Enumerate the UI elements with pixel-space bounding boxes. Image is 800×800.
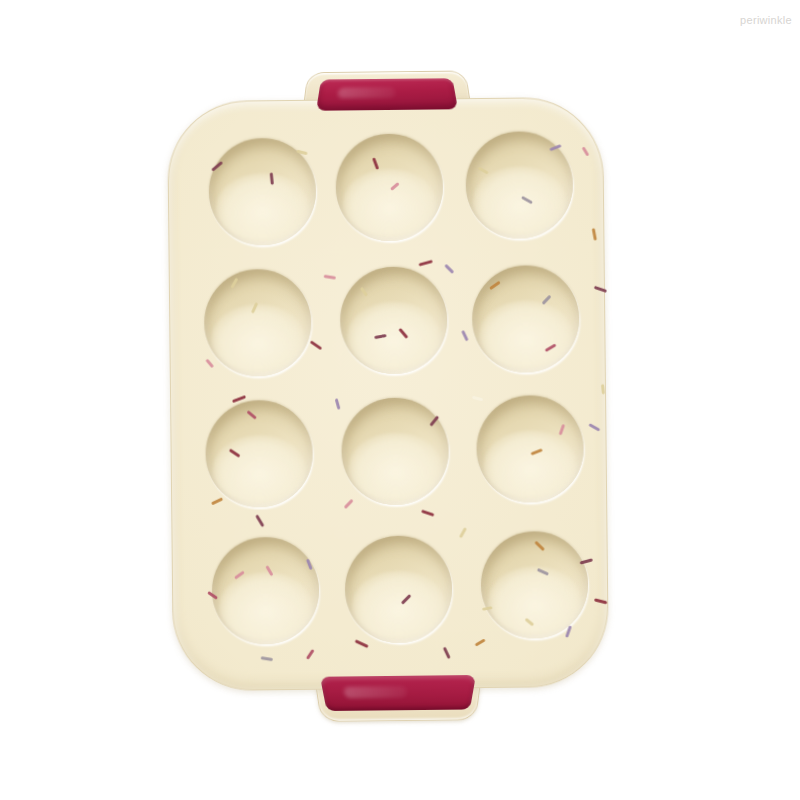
top-red-grip bbox=[316, 78, 458, 111]
pan-body bbox=[167, 97, 609, 692]
muffin-pan bbox=[0, 0, 800, 800]
top-grip-sheen bbox=[337, 87, 395, 98]
bottom-red-grip bbox=[320, 675, 476, 711]
product-photo: periwinkle bbox=[0, 0, 800, 800]
bottom-grip-sheen bbox=[343, 686, 407, 698]
